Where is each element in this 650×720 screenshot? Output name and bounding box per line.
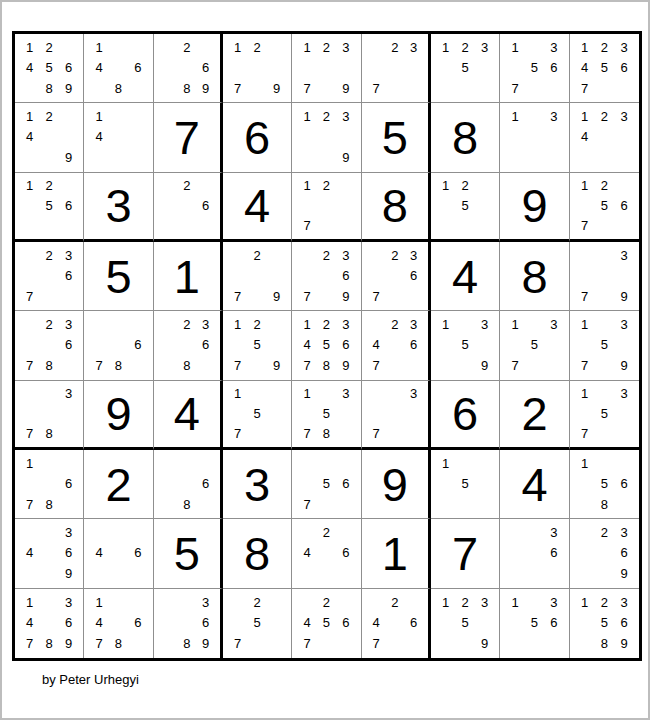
candidate-digit: 2	[177, 176, 196, 196]
cell-r7c8[interactable]: 4	[500, 450, 569, 519]
empty-candidate-slot	[385, 335, 404, 355]
cell-r8c3[interactable]: 5	[154, 519, 223, 588]
empty-candidate-slot	[267, 384, 286, 404]
cell-r4c5[interactable]: 23679	[292, 242, 361, 311]
cell-r3c2[interactable]: 3	[84, 173, 153, 242]
empty-candidate-slot	[177, 473, 196, 493]
candidate-digit: 1	[89, 37, 108, 57]
candidate-digit: 6	[196, 473, 215, 493]
candidate-digit: 3	[475, 314, 494, 334]
empty-candidate-slot	[267, 335, 286, 355]
empty-candidate-slot	[89, 147, 108, 167]
empty-candidate-slot	[39, 612, 58, 633]
candidate-digit: 8	[109, 355, 128, 375]
cell-r6c6[interactable]: 37	[362, 381, 431, 450]
candidate-digit: 3	[614, 384, 634, 404]
cell-r2c9[interactable]: 1234	[570, 103, 639, 172]
cell-r5c1[interactable]: 23678	[15, 311, 84, 380]
empty-candidate-slot	[404, 78, 423, 98]
empty-candidate-slot	[385, 78, 404, 98]
candidate-digit: 7	[228, 423, 247, 443]
empty-candidate-slot	[247, 265, 266, 285]
cell-r3c8[interactable]: 9	[500, 173, 569, 242]
cell-r7c9[interactable]: 1568	[570, 450, 639, 519]
cell-r9c4[interactable]: 257	[223, 589, 292, 658]
candidate-grid: 2467	[362, 589, 428, 658]
empty-candidate-slot	[297, 147, 316, 167]
empty-candidate-slot	[39, 286, 58, 306]
cell-r7c4[interactable]: 3	[223, 450, 292, 519]
candidate-digit: 2	[317, 37, 336, 57]
cell-r8c1[interactable]: 3469	[15, 519, 84, 588]
empty-candidate-slot	[39, 384, 58, 404]
empty-candidate-slot	[367, 37, 386, 57]
candidate-digit: 7	[367, 355, 386, 375]
candidate-digit: 6	[128, 57, 147, 77]
candidate-digit: 7	[89, 355, 108, 375]
cell-r7c1[interactable]: 1678	[15, 450, 84, 519]
candidate-grid: 12579	[223, 311, 291, 379]
empty-candidate-slot	[614, 265, 634, 285]
cell-r2c5[interactable]: 1239	[292, 103, 361, 172]
empty-candidate-slot	[436, 473, 455, 493]
candidate-digit: 5	[455, 335, 474, 355]
candidate-digit: 3	[404, 245, 423, 265]
candidate-digit: 5	[594, 612, 614, 633]
empty-candidate-slot	[39, 453, 58, 473]
empty-candidate-slot	[196, 355, 215, 375]
candidate-digit: 7	[505, 78, 524, 98]
candidate-digit: 5	[525, 57, 544, 77]
credit-text: by Peter Urhegyi	[42, 672, 139, 687]
empty-candidate-slot	[59, 453, 78, 473]
empty-candidate-slot	[159, 335, 178, 355]
candidate-digit: 6	[336, 543, 355, 563]
cell-r2c1[interactable]: 1249	[15, 103, 84, 172]
empty-candidate-slot	[39, 563, 58, 583]
empty-candidate-slot	[614, 147, 634, 167]
cell-r7c6[interactable]: 9	[362, 450, 431, 519]
candidate-digit: 5	[525, 612, 544, 633]
cell-r1c4[interactable]: 1279	[223, 34, 292, 103]
cell-r6c3[interactable]: 4	[154, 381, 223, 450]
empty-candidate-slot	[455, 78, 474, 98]
candidate-digit: 4	[89, 612, 108, 633]
cell-r8c9[interactable]: 2369	[570, 519, 639, 588]
candidate-digit: 9	[336, 286, 355, 306]
empty-candidate-slot	[614, 335, 634, 355]
solved-digit: 3	[84, 173, 152, 239]
candidate-digit: 8	[177, 355, 196, 375]
candidate-digit: 7	[20, 423, 39, 443]
candidate-digit: 5	[39, 57, 58, 77]
cell-r3c6[interactable]: 8	[362, 173, 431, 242]
cell-r9c3[interactable]: 3689	[154, 589, 223, 658]
empty-candidate-slot	[59, 494, 78, 514]
candidate-digit: 2	[317, 245, 336, 265]
candidate-digit: 6	[336, 473, 355, 493]
candidate-digit: 2	[247, 245, 266, 265]
cell-r8c7[interactable]: 7	[431, 519, 500, 588]
empty-candidate-slot	[367, 403, 386, 423]
cell-r4c7[interactable]: 4	[431, 242, 500, 311]
solved-digit: 4	[500, 450, 568, 518]
candidate-digit: 2	[317, 176, 336, 196]
candidate-grid: 1235	[431, 34, 499, 102]
empty-candidate-slot	[544, 355, 563, 375]
cell-r3c1[interactable]: 1256	[15, 173, 84, 242]
empty-candidate-slot	[39, 473, 58, 493]
empty-candidate-slot	[247, 286, 266, 306]
candidate-digit: 7	[297, 355, 316, 375]
cell-r9c6[interactable]: 2467	[362, 589, 431, 658]
candidate-digit: 9	[59, 563, 78, 583]
candidate-digit: 1	[575, 592, 595, 613]
empty-candidate-slot	[455, 215, 474, 235]
candidate-digit: 7	[228, 78, 247, 98]
candidate-digit: 6	[404, 265, 423, 285]
candidate-digit: 2	[385, 37, 404, 57]
candidate-digit: 9	[196, 633, 215, 654]
candidate-digit: 5	[317, 473, 336, 493]
empty-candidate-slot	[247, 355, 266, 375]
candidate-digit: 1	[297, 314, 316, 334]
candidate-digit: 3	[196, 592, 215, 613]
empty-candidate-slot	[544, 127, 563, 147]
empty-candidate-slot	[317, 215, 336, 235]
empty-candidate-slot	[317, 195, 336, 215]
solved-digit: 4	[154, 381, 220, 447]
cell-r1c3[interactable]: 2689	[154, 34, 223, 103]
cell-r3c4[interactable]: 4	[223, 173, 292, 242]
empty-candidate-slot	[505, 563, 524, 583]
candidate-digit: 6	[544, 57, 563, 77]
candidate-digit: 2	[455, 592, 474, 613]
candidate-digit: 7	[297, 215, 316, 235]
empty-candidate-slot	[336, 423, 355, 443]
candidate-grid: 37	[362, 381, 428, 447]
empty-candidate-slot	[128, 592, 147, 613]
candidate-digit: 7	[575, 215, 595, 235]
empty-candidate-slot	[89, 563, 108, 583]
cell-r1c7[interactable]: 1235	[431, 34, 500, 103]
empty-candidate-slot	[317, 633, 336, 654]
empty-candidate-slot	[575, 473, 595, 493]
cell-r1c6[interactable]: 237	[362, 34, 431, 103]
empty-candidate-slot	[317, 453, 336, 473]
cell-r6c4[interactable]: 157	[223, 381, 292, 450]
cell-r6c2[interactable]: 9	[84, 381, 153, 450]
empty-candidate-slot	[336, 563, 355, 583]
cell-r1c1[interactable]: 1245689	[15, 34, 84, 103]
empty-candidate-slot	[317, 147, 336, 167]
candidate-digit: 6	[614, 612, 634, 633]
candidate-digit: 5	[455, 612, 474, 633]
empty-candidate-slot	[109, 563, 128, 583]
candidate-digit: 6	[59, 543, 78, 563]
cell-r5c5[interactable]: 123456789	[292, 311, 361, 380]
empty-candidate-slot	[297, 592, 316, 613]
candidate-grid: 12359	[431, 589, 499, 658]
candidate-digit: 2	[594, 37, 614, 57]
cell-r4c3[interactable]: 1	[154, 242, 223, 311]
candidate-digit: 1	[436, 314, 455, 334]
empty-candidate-slot	[247, 423, 266, 443]
empty-candidate-slot	[594, 245, 614, 265]
cell-r7c5[interactable]: 567	[292, 450, 361, 519]
cell-r6c8[interactable]: 2	[500, 381, 569, 450]
candidate-digit: 1	[20, 37, 39, 57]
candidate-digit: 1	[575, 384, 595, 404]
candidate-digit: 8	[177, 494, 196, 514]
candidate-digit: 1	[436, 592, 455, 613]
empty-candidate-slot	[544, 335, 563, 355]
cell-r5c9[interactable]: 13579	[570, 311, 639, 380]
empty-candidate-slot	[475, 176, 494, 196]
cell-r3c9[interactable]: 12567	[570, 173, 639, 242]
empty-candidate-slot	[159, 314, 178, 334]
empty-candidate-slot	[336, 592, 355, 613]
candidate-grid: 13	[500, 103, 568, 171]
cell-r2c8[interactable]: 13	[500, 103, 569, 172]
empty-candidate-slot	[228, 57, 247, 77]
empty-candidate-slot	[20, 147, 39, 167]
candidate-digit: 4	[367, 335, 386, 355]
empty-candidate-slot	[39, 592, 58, 613]
cell-r7c3[interactable]: 68	[154, 450, 223, 519]
solved-digit: 8	[500, 242, 568, 310]
candidate-digit: 5	[594, 195, 614, 215]
empty-candidate-slot	[336, 522, 355, 542]
candidate-grid: 12379	[292, 34, 360, 102]
candidate-digit: 8	[317, 355, 336, 375]
cell-r5c4[interactable]: 12579	[223, 311, 292, 380]
cell-r8c2[interactable]: 46	[84, 519, 153, 588]
candidate-digit: 3	[475, 592, 494, 613]
candidate-digit: 3	[59, 314, 78, 334]
cell-r5c8[interactable]: 1357	[500, 311, 569, 380]
empty-candidate-slot	[594, 147, 614, 167]
candidate-digit: 7	[20, 494, 39, 514]
empty-candidate-slot	[594, 215, 614, 235]
cell-r8c8[interactable]: 36	[500, 519, 569, 588]
cell-r9c9[interactable]: 1235689	[570, 589, 639, 658]
cell-r6c9[interactable]: 1357	[570, 381, 639, 450]
candidate-digit: 6	[196, 57, 215, 77]
candidate-digit: 3	[475, 37, 494, 57]
candidate-digit: 8	[109, 78, 128, 98]
empty-candidate-slot	[336, 494, 355, 514]
empty-candidate-slot	[575, 403, 595, 423]
empty-candidate-slot	[367, 314, 386, 334]
empty-candidate-slot	[109, 335, 128, 355]
empty-candidate-slot	[525, 78, 544, 98]
solved-digit: 2	[500, 381, 568, 447]
candidate-grid: 2368	[154, 311, 220, 379]
empty-candidate-slot	[59, 106, 78, 126]
cell-r9c1[interactable]: 1346789	[15, 589, 84, 658]
empty-candidate-slot	[297, 473, 316, 493]
empty-candidate-slot	[159, 215, 178, 235]
candidate-digit: 3	[336, 37, 355, 57]
empty-candidate-slot	[367, 245, 386, 265]
cell-r5c2[interactable]: 678	[84, 311, 153, 380]
candidate-grid: 567	[292, 450, 360, 518]
empty-candidate-slot	[159, 612, 178, 633]
empty-candidate-slot	[59, 403, 78, 423]
empty-candidate-slot	[297, 57, 316, 77]
empty-candidate-slot	[59, 423, 78, 443]
candidate-digit: 3	[404, 314, 423, 334]
empty-candidate-slot	[336, 57, 355, 77]
cell-r4c4[interactable]: 279	[223, 242, 292, 311]
empty-candidate-slot	[267, 423, 286, 443]
candidate-digit: 7	[367, 633, 386, 654]
cell-r6c1[interactable]: 378	[15, 381, 84, 450]
cell-r8c6[interactable]: 1	[362, 519, 431, 588]
empty-candidate-slot	[475, 335, 494, 355]
candidate-digit: 9	[614, 633, 634, 654]
empty-candidate-slot	[297, 522, 316, 542]
cell-r4c9[interactable]: 379	[570, 242, 639, 311]
cell-r4c1[interactable]: 2367	[15, 242, 84, 311]
empty-candidate-slot	[247, 633, 266, 654]
empty-candidate-slot	[228, 335, 247, 355]
cell-r1c2[interactable]: 1468	[84, 34, 153, 103]
empty-candidate-slot	[475, 195, 494, 215]
cell-r4c2[interactable]: 5	[84, 242, 153, 311]
empty-candidate-slot	[297, 563, 316, 583]
empty-candidate-slot	[59, 127, 78, 147]
candidate-grid: 46	[84, 519, 152, 587]
candidate-digit: 5	[247, 335, 266, 355]
empty-candidate-slot	[109, 543, 128, 563]
candidate-digit: 2	[594, 592, 614, 613]
cell-r2c7[interactable]: 8	[431, 103, 500, 172]
empty-candidate-slot	[525, 37, 544, 57]
cell-r7c7[interactable]: 15	[431, 450, 500, 519]
candidate-digit: 6	[59, 473, 78, 493]
candidate-digit: 9	[614, 563, 634, 583]
empty-candidate-slot	[317, 384, 336, 404]
cell-r9c7[interactable]: 12359	[431, 589, 500, 658]
empty-candidate-slot	[267, 612, 286, 633]
cell-r1c8[interactable]: 13567	[500, 34, 569, 103]
cell-r6c7[interactable]: 6	[431, 381, 500, 450]
candidate-digit: 6	[196, 335, 215, 355]
empty-candidate-slot	[297, 127, 316, 147]
candidate-digit: 1	[89, 106, 108, 126]
empty-candidate-slot	[475, 215, 494, 235]
candidate-digit: 4	[89, 57, 108, 77]
cell-r7c2[interactable]: 2	[84, 450, 153, 519]
cell-r2c3[interactable]: 7	[154, 103, 223, 172]
candidate-digit: 6	[336, 265, 355, 285]
candidate-digit: 6	[544, 612, 563, 633]
cell-r4c6[interactable]: 2367	[362, 242, 431, 311]
empty-candidate-slot	[177, 195, 196, 215]
candidate-digit: 6	[59, 195, 78, 215]
empty-candidate-slot	[20, 522, 39, 542]
empty-candidate-slot	[128, 314, 147, 334]
cell-r4c8[interactable]: 8	[500, 242, 569, 311]
candidate-digit: 6	[59, 335, 78, 355]
empty-candidate-slot	[20, 563, 39, 583]
cell-r8c5[interactable]: 246	[292, 519, 361, 588]
cell-r9c8[interactable]: 1356	[500, 589, 569, 658]
candidate-digit: 9	[59, 633, 78, 654]
empty-candidate-slot	[128, 37, 147, 57]
empty-candidate-slot	[505, 147, 524, 167]
cell-r1c5[interactable]: 12379	[292, 34, 361, 103]
solved-digit: 6	[223, 103, 291, 171]
empty-candidate-slot	[436, 78, 455, 98]
cell-r9c2[interactable]: 14678	[84, 589, 153, 658]
empty-candidate-slot	[336, 127, 355, 147]
candidate-digit: 3	[336, 384, 355, 404]
cell-r2c2[interactable]: 14	[84, 103, 153, 172]
cell-r5c3[interactable]: 2368	[154, 311, 223, 380]
candidate-digit: 3	[59, 522, 78, 542]
cell-r5c6[interactable]: 23467	[362, 311, 431, 380]
candidate-digit: 3	[336, 106, 355, 126]
empty-candidate-slot	[385, 423, 404, 443]
candidate-digit: 9	[336, 78, 355, 98]
empty-candidate-slot	[336, 176, 355, 196]
candidate-digit: 2	[247, 37, 266, 57]
empty-candidate-slot	[297, 265, 316, 285]
empty-candidate-slot	[475, 453, 494, 473]
candidate-grid: 1279	[223, 34, 291, 102]
candidate-digit: 7	[575, 286, 595, 306]
empty-candidate-slot	[385, 355, 404, 375]
empty-candidate-slot	[20, 195, 39, 215]
empty-candidate-slot	[177, 453, 196, 473]
cell-r6c5[interactable]: 13578	[292, 381, 361, 450]
candidate-digit: 6	[59, 265, 78, 285]
cell-r3c3[interactable]: 26	[154, 173, 223, 242]
cell-r1c9[interactable]: 1234567	[570, 34, 639, 103]
empty-candidate-slot	[404, 403, 423, 423]
empty-candidate-slot	[594, 543, 614, 563]
candidate-digit: 7	[297, 494, 316, 514]
cell-r2c4[interactable]: 6	[223, 103, 292, 172]
candidate-digit: 9	[59, 78, 78, 98]
candidate-grid: 1346789	[15, 589, 83, 658]
empty-candidate-slot	[404, 423, 423, 443]
candidate-digit: 6	[404, 612, 423, 633]
candidate-digit: 6	[128, 543, 147, 563]
empty-candidate-slot	[159, 57, 178, 77]
empty-candidate-slot	[614, 78, 634, 98]
candidate-digit: 9	[196, 78, 215, 98]
empty-candidate-slot	[505, 633, 524, 654]
empty-candidate-slot	[317, 78, 336, 98]
cell-r5c7[interactable]: 1359	[431, 311, 500, 380]
empty-candidate-slot	[336, 215, 355, 235]
candidate-digit: 2	[39, 106, 58, 126]
cell-r3c7[interactable]: 125	[431, 173, 500, 242]
empty-candidate-slot	[436, 633, 455, 654]
cell-r9c5[interactable]: 24567	[292, 589, 361, 658]
empty-candidate-slot	[177, 215, 196, 235]
empty-candidate-slot	[20, 314, 39, 334]
cell-r2c6[interactable]: 5	[362, 103, 431, 172]
empty-candidate-slot	[594, 453, 614, 473]
cell-r8c4[interactable]: 8	[223, 519, 292, 588]
candidate-grid: 279	[223, 242, 291, 310]
cell-r3c5[interactable]: 127	[292, 173, 361, 242]
